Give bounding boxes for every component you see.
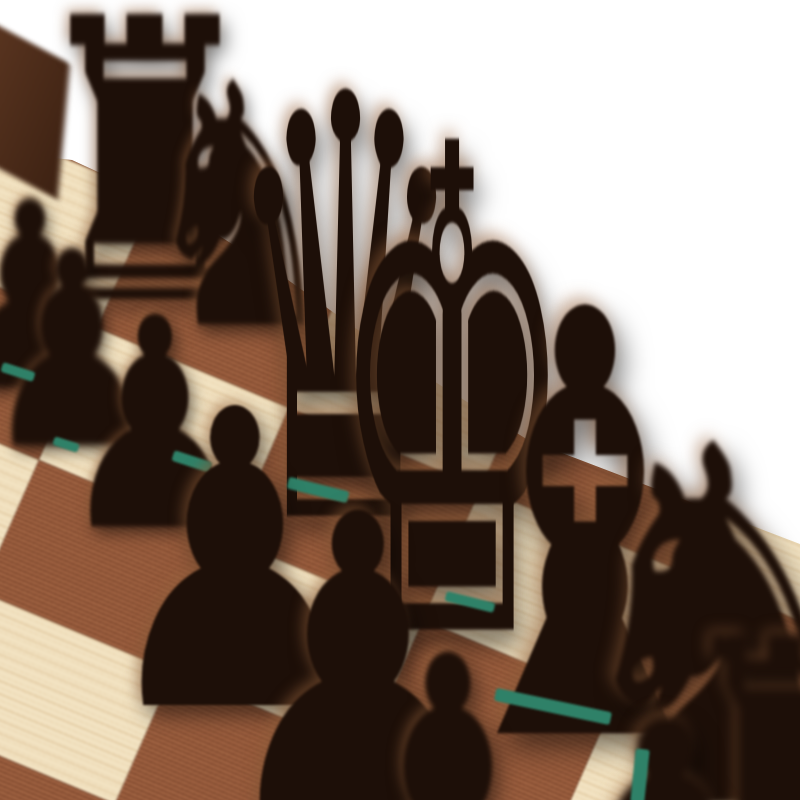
pawn-g7[interactable]: ♟ bbox=[509, 669, 800, 800]
pawn-glyph: ♟ bbox=[509, 635, 800, 800]
scene: ♜♞♛♚♝♞♜♟♟♟♟♟♟♟ bbox=[0, 0, 800, 800]
pieces-layer: ♜♞♛♚♝♞♜♟♟♟♟♟♟♟ bbox=[0, 0, 800, 800]
